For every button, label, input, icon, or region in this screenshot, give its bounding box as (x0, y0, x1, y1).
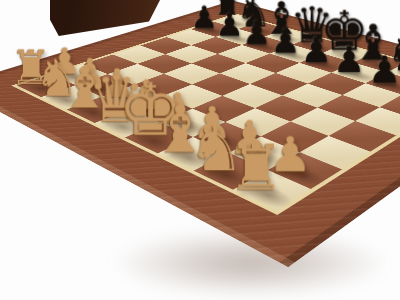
square-f5 (282, 84, 342, 108)
white-rook-glyph: ♜ (228, 139, 284, 199)
black-pawn-glyph: ♟ (364, 53, 400, 89)
chess-board: ♜♞♝♛♚♝♞♜♟♟♟♟♟♟♟♟♟♟♟♟♟♟♟♟♜♞♝♛♚♝♞♜ (0, 1, 400, 268)
square-h5 (355, 107, 400, 135)
square-g5 (317, 95, 379, 121)
chess-set-photo: ♜♞♝♛♚♝♞♜♟♟♟♟♟♟♟♟♟♟♟♟♟♟♟♟♜♞♝♛♚♝♞♜ (0, 0, 400, 300)
square-h6 (380, 95, 400, 121)
square-h4 (329, 121, 397, 152)
